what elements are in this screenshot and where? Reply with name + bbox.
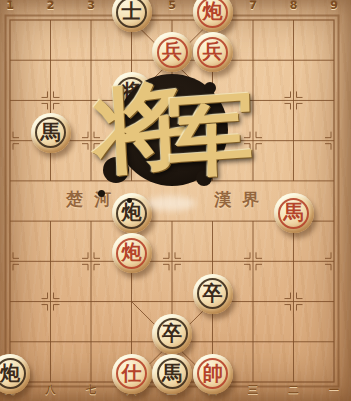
piece-black-将[interactable]: 将 — [112, 72, 152, 112]
piece-black-馬[interactable]: 馬 — [31, 113, 71, 153]
file-label-top-2: 2 — [42, 0, 60, 12]
piece-red-帥[interactable]: 帥 — [193, 354, 233, 394]
piece-glyph: 卒 — [203, 283, 223, 303]
piece-glyph: 炮 — [0, 363, 20, 383]
piece-red-炮[interactable]: 炮 — [112, 233, 152, 273]
piece-red-兵[interactable]: 兵 — [152, 32, 192, 72]
file-label-top-1: 1 — [1, 0, 19, 12]
piece-black-炮[interactable]: 炮 — [112, 193, 152, 233]
piece-glyph: 炮 — [122, 242, 142, 262]
piece-black-卒[interactable]: 卒 — [152, 314, 192, 354]
piece-glyph: 仕 — [122, 363, 142, 383]
piece-glyph: 馬 — [162, 363, 182, 383]
file-label-top-5: 5 — [163, 0, 181, 12]
file-label-bottom-7: 三 — [244, 383, 262, 397]
xiangqi-board[interactable]: 123456789 九八七六五四三二一 楚河 漢界 士炮兵兵将馬炮馬炮卒卒炮仕馬… — [0, 0, 351, 401]
file-label-bottom-2: 八 — [42, 383, 60, 397]
file-label-top-3: 3 — [82, 0, 100, 12]
piece-glyph: 将 — [122, 81, 142, 101]
piece-glyph: 帥 — [203, 363, 223, 383]
piece-black-卒[interactable]: 卒 — [193, 274, 233, 314]
piece-glyph: 兵 — [203, 41, 223, 61]
piece-glyph: 馬 — [284, 202, 304, 222]
piece-red-兵[interactable]: 兵 — [193, 32, 233, 72]
piece-glyph: 兵 — [162, 41, 182, 61]
river-label-han-jie: 漢界 — [214, 188, 270, 211]
file-label-bottom-9: 一 — [325, 383, 343, 397]
piece-black-馬[interactable]: 馬 — [152, 354, 192, 394]
piece-glyph: 炮 — [203, 1, 223, 21]
file-label-top-9: 9 — [325, 0, 343, 12]
piece-glyph: 炮 — [122, 202, 142, 222]
file-label-bottom-8: 二 — [285, 383, 303, 397]
file-label-bottom-3: 七 — [82, 383, 100, 397]
piece-glyph: 士 — [122, 1, 142, 21]
file-label-top-7: 7 — [244, 0, 262, 12]
file-label-top-8: 8 — [285, 0, 303, 12]
piece-glyph: 馬 — [41, 122, 61, 142]
piece-red-仕[interactable]: 仕 — [112, 354, 152, 394]
piece-red-馬[interactable]: 馬 — [274, 193, 314, 233]
piece-glyph: 卒 — [162, 323, 182, 343]
